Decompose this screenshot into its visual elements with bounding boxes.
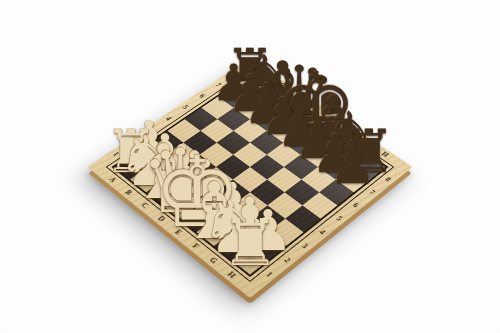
board-frame [106,69,394,281]
chess-board: ABCDEFGH ABCDEFGH 87654321 87654321 [87,58,412,298]
board-squares [111,73,388,277]
product-photo: ABCDEFGH ABCDEFGH 87654321 87654321 ♜♞♝♛… [0,0,500,333]
scene: ABCDEFGH ABCDEFGH 87654321 87654321 ♜♞♝♛… [0,0,500,333]
